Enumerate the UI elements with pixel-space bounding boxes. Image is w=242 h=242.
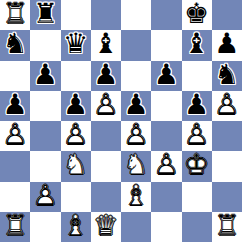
black-pawn-piece: ♟ (152, 62, 180, 90)
piece-glyph-outline: ♕ (93, 212, 118, 240)
black-bishop-piece: ♝ (92, 31, 120, 59)
piece-glyph-fill: ♞ (3, 30, 28, 58)
square-f7[interactable] (151, 30, 181, 60)
piece-glyph-outline: ♙ (3, 121, 28, 149)
square-b1[interactable] (30, 212, 60, 242)
white-king-piece: ♚♔ (183, 152, 211, 180)
square-f3[interactable]: ♟♙ (151, 151, 181, 181)
piece-glyph-outline: ♗ (63, 212, 88, 240)
square-g1[interactable] (182, 212, 212, 242)
white-pawn-piece: ♟♙ (122, 122, 150, 150)
black-pawn-piece: ♟ (183, 92, 211, 120)
square-e5[interactable]: ♟ (121, 91, 151, 121)
piece-glyph-fill: ♟ (154, 61, 179, 89)
piece-glyph-outline: ♙ (124, 121, 149, 149)
piece-glyph-fill: ♟ (124, 91, 149, 119)
white-rook-piece: ♜♖ (1, 1, 29, 29)
piece-glyph-outline: ♙ (33, 182, 58, 210)
square-f1[interactable] (151, 212, 181, 242)
piece-glyph-outline: ♙ (184, 121, 209, 149)
piece-glyph-outline: ♖ (3, 0, 28, 28)
square-e2[interactable]: ♝♗ (121, 182, 151, 212)
square-d8[interactable] (91, 0, 121, 30)
piece-glyph-outline: ♙ (63, 121, 88, 149)
square-f5[interactable] (151, 91, 181, 121)
square-d1[interactable]: ♛♕ (91, 212, 121, 242)
square-b6[interactable]: ♟ (30, 61, 60, 91)
black-pawn-piece: ♟ (1, 92, 29, 120)
black-pawn-piece: ♟ (213, 31, 241, 59)
piece-glyph-fill: ♜ (33, 0, 58, 28)
square-a2[interactable] (0, 182, 30, 212)
piece-glyph-outline: ♖ (3, 212, 28, 240)
square-h1[interactable]: ♜♖ (212, 212, 242, 242)
white-pawn-piece: ♟♙ (1, 122, 29, 150)
white-pawn-piece: ♟♙ (213, 92, 241, 120)
square-d5[interactable]: ♟♙ (91, 91, 121, 121)
white-rook-piece: ♜♖ (1, 213, 29, 241)
piece-glyph-fill: ♟ (33, 61, 58, 89)
black-king-piece: ♚ (183, 1, 211, 29)
white-pawn-piece: ♟♙ (183, 122, 211, 150)
white-bishop-piece: ♝♗ (122, 183, 150, 211)
square-a1[interactable]: ♜♖ (0, 212, 30, 242)
black-bishop-piece: ♝ (183, 31, 211, 59)
white-knight-piece: ♞♘ (122, 152, 150, 180)
black-queen-piece: ♛ (62, 31, 90, 59)
square-e7[interactable] (121, 30, 151, 60)
square-f8[interactable] (151, 0, 181, 30)
piece-glyph-outline: ♘ (124, 151, 149, 179)
square-g8[interactable]: ♚ (182, 0, 212, 30)
square-a8[interactable]: ♜♖ (0, 0, 30, 30)
white-pawn-piece: ♟♙ (31, 183, 59, 211)
square-c5[interactable]: ♟ (61, 91, 91, 121)
piece-glyph-fill: ♟ (214, 30, 239, 58)
square-c1[interactable]: ♝♗ (61, 212, 91, 242)
square-b8[interactable]: ♜ (30, 0, 60, 30)
piece-glyph-outline: ♔ (184, 151, 209, 179)
square-a5[interactable]: ♟ (0, 91, 30, 121)
piece-glyph-fill: ♛ (63, 30, 88, 58)
white-pawn-piece: ♟♙ (92, 92, 120, 120)
square-h5[interactable]: ♟♙ (212, 91, 242, 121)
black-pawn-piece: ♟ (62, 92, 90, 120)
piece-glyph-fill: ♚ (184, 0, 209, 28)
square-d3[interactable] (91, 151, 121, 181)
square-a6[interactable] (0, 61, 30, 91)
square-e4[interactable]: ♟♙ (121, 121, 151, 151)
black-knight-piece: ♞ (1, 31, 29, 59)
square-e6[interactable] (121, 61, 151, 91)
piece-glyph-fill: ♟ (93, 61, 118, 89)
white-bishop-piece: ♝♗ (62, 213, 90, 241)
square-d4[interactable] (91, 121, 121, 151)
square-a7[interactable]: ♞ (0, 30, 30, 60)
square-d2[interactable] (91, 182, 121, 212)
piece-glyph-fill: ♞ (214, 61, 239, 89)
black-knight-piece: ♞ (213, 62, 241, 90)
square-g4[interactable]: ♟♙ (182, 121, 212, 151)
white-queen-piece: ♛♕ (92, 213, 120, 241)
square-b4[interactable] (30, 121, 60, 151)
black-pawn-piece: ♟ (31, 62, 59, 90)
piece-glyph-fill: ♟ (184, 91, 209, 119)
square-h7[interactable]: ♟ (212, 30, 242, 60)
square-e3[interactable]: ♞♘ (121, 151, 151, 181)
square-c3[interactable]: ♞♘ (61, 151, 91, 181)
piece-glyph-outline: ♙ (93, 91, 118, 119)
square-c4[interactable]: ♟♙ (61, 121, 91, 151)
square-g7[interactable]: ♝ (182, 30, 212, 60)
piece-glyph-outline: ♙ (154, 151, 179, 179)
square-a3[interactable] (0, 151, 30, 181)
square-f2[interactable] (151, 182, 181, 212)
square-f4[interactable] (151, 121, 181, 151)
piece-glyph-outline: ♖ (214, 212, 239, 240)
square-g2[interactable] (182, 182, 212, 212)
square-b3[interactable] (30, 151, 60, 181)
white-knight-piece: ♞♘ (62, 152, 90, 180)
square-e8[interactable] (121, 0, 151, 30)
piece-glyph-fill: ♝ (93, 30, 118, 58)
white-rook-piece: ♜♖ (213, 213, 241, 241)
square-h2[interactable] (212, 182, 242, 212)
square-d6[interactable]: ♟ (91, 61, 121, 91)
chess-board: ♜♖♜♚♞♛♝♝♟♟♟♟♞♟♟♟♙♟♟♟♙♟♙♟♙♟♙♟♙♞♘♞♘♟♙♚♔♟♙♝… (0, 0, 242, 242)
square-g6[interactable] (182, 61, 212, 91)
square-g5[interactable]: ♟ (182, 91, 212, 121)
square-h3[interactable] (212, 151, 242, 181)
black-rook-piece: ♜ (31, 1, 59, 29)
square-c6[interactable] (61, 61, 91, 91)
piece-glyph-fill: ♝ (184, 30, 209, 58)
square-b2[interactable]: ♟♙ (30, 182, 60, 212)
piece-glyph-outline: ♗ (124, 182, 149, 210)
square-e1[interactable] (121, 212, 151, 242)
white-pawn-piece: ♟♙ (62, 122, 90, 150)
white-pawn-piece: ♟♙ (152, 152, 180, 180)
square-c2[interactable] (61, 182, 91, 212)
square-g3[interactable]: ♚♔ (182, 151, 212, 181)
square-b5[interactable] (30, 91, 60, 121)
square-h4[interactable] (212, 121, 242, 151)
piece-glyph-fill: ♟ (3, 91, 28, 119)
square-h8[interactable] (212, 0, 242, 30)
square-f6[interactable]: ♟ (151, 61, 181, 91)
square-a4[interactable]: ♟♙ (0, 121, 30, 151)
square-c8[interactable] (61, 0, 91, 30)
black-pawn-piece: ♟ (122, 92, 150, 120)
square-b7[interactable] (30, 30, 60, 60)
piece-glyph-outline: ♙ (214, 91, 239, 119)
piece-glyph-fill: ♟ (63, 91, 88, 119)
piece-glyph-outline: ♘ (63, 151, 88, 179)
square-d7[interactable]: ♝ (91, 30, 121, 60)
square-h6[interactable]: ♞ (212, 61, 242, 91)
black-pawn-piece: ♟ (92, 62, 120, 90)
square-c7[interactable]: ♛ (61, 30, 91, 60)
